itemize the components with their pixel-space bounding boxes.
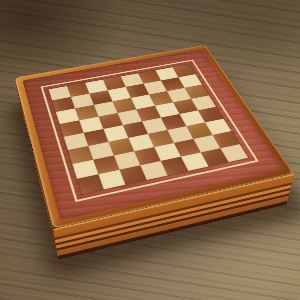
photo-scene (0, 0, 300, 300)
